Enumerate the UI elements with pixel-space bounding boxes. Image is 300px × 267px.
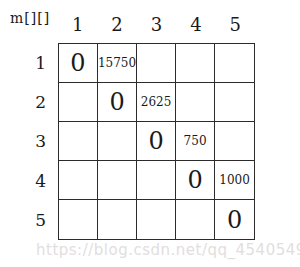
row-header-1: 1 bbox=[0, 43, 58, 82]
col-header-3: 3 bbox=[137, 11, 176, 37]
column-headers: 1 2 3 4 5 bbox=[58, 11, 255, 37]
cell-r1c3 bbox=[137, 44, 176, 83]
cell-r1c4 bbox=[176, 44, 215, 83]
row-header-2: 2 bbox=[0, 82, 58, 121]
row-headers: 1 2 3 4 5 bbox=[0, 43, 58, 240]
cell-r3c3: 0 bbox=[137, 122, 176, 161]
cell-r1c5 bbox=[215, 44, 254, 83]
cell-r4c5: 1000 bbox=[215, 161, 254, 200]
cell-r5c2 bbox=[98, 200, 137, 239]
csdn-watermark: https://blog.csdn.net/qq_45405490 bbox=[36, 241, 300, 259]
cell-r3c2 bbox=[98, 122, 137, 161]
col-header-1: 1 bbox=[58, 11, 97, 37]
cell-r5c1 bbox=[59, 200, 98, 239]
cell-r3c1 bbox=[59, 122, 98, 161]
col-header-2: 2 bbox=[97, 11, 136, 37]
cell-r3c4: 750 bbox=[176, 122, 215, 161]
cell-r2c1 bbox=[59, 83, 98, 122]
col-header-4: 4 bbox=[176, 11, 215, 37]
table-label: m[][] bbox=[10, 10, 50, 26]
cell-r4c2 bbox=[98, 161, 137, 200]
cell-r4c4: 0 bbox=[176, 161, 215, 200]
cell-r3c5 bbox=[215, 122, 254, 161]
cell-r4c1 bbox=[59, 161, 98, 200]
dp-table-diagram: m[][] 1 2 3 4 5 1 2 3 4 5 0 15750 0 2625… bbox=[0, 0, 300, 267]
row-header-3: 3 bbox=[0, 122, 58, 161]
cell-r2c2: 0 bbox=[98, 83, 137, 122]
row-header-4: 4 bbox=[0, 161, 58, 200]
cell-r5c4 bbox=[176, 200, 215, 239]
cell-r1c1: 0 bbox=[59, 44, 98, 83]
col-header-5: 5 bbox=[216, 11, 255, 37]
dp-grid: 0 15750 0 2625 0 750 0 1000 0 bbox=[58, 43, 255, 240]
cell-r2c5 bbox=[215, 83, 254, 122]
cell-r5c3 bbox=[137, 200, 176, 239]
cell-r2c3: 2625 bbox=[137, 83, 176, 122]
cell-r1c2: 15750 bbox=[98, 44, 137, 83]
cell-r5c5: 0 bbox=[215, 200, 254, 239]
cell-r4c3 bbox=[137, 161, 176, 200]
row-header-5: 5 bbox=[0, 201, 58, 240]
cell-r2c4 bbox=[176, 83, 215, 122]
